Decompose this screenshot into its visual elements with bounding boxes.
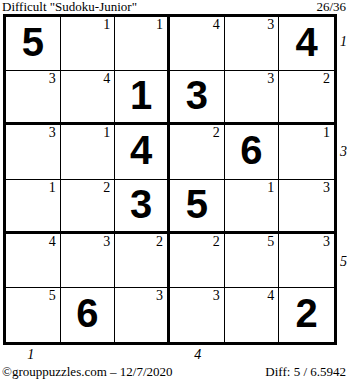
cell-r3c4[interactable]: 2 bbox=[170, 125, 225, 179]
puzzle-page: Difficult "Sudoku-Junior" 26/36 51143434… bbox=[0, 0, 347, 381]
given-digit: 3 bbox=[170, 71, 224, 122]
corner-mark: 1 bbox=[267, 181, 274, 195]
cell-r5c4[interactable]: 2 bbox=[170, 234, 225, 288]
given-digit: 1 bbox=[115, 71, 167, 122]
cell-r3c6[interactable]: 1 bbox=[279, 125, 334, 179]
cell-r3c1[interactable]: 3 bbox=[6, 125, 61, 179]
cell-r4c5[interactable]: 1 bbox=[225, 180, 280, 234]
corner-mark: 5 bbox=[49, 289, 56, 303]
given-digit: 5 bbox=[6, 17, 60, 70]
cell-r6c5[interactable]: 4 bbox=[225, 288, 280, 342]
column-label-1: 1 bbox=[27, 348, 34, 362]
column-label-4: 4 bbox=[194, 348, 201, 362]
page-title: Difficult "Sudoku-Junior" bbox=[2, 0, 137, 13]
cell-r3c2[interactable]: 1 bbox=[61, 125, 116, 179]
cell-r2c2[interactable]: 4 bbox=[61, 71, 116, 125]
corner-mark: 1 bbox=[103, 126, 110, 140]
corner-mark: 3 bbox=[156, 289, 163, 303]
cell-r4c1[interactable]: 1 bbox=[6, 180, 61, 234]
corner-mark: 4 bbox=[267, 289, 274, 303]
cell-r6c6[interactable]: 2 bbox=[279, 288, 334, 342]
cell-r2c1[interactable]: 3 bbox=[6, 71, 61, 125]
cell-r1c3[interactable]: 1 bbox=[115, 17, 170, 71]
given-digit: 4 bbox=[279, 17, 334, 70]
cell-r5c3[interactable]: 2 bbox=[115, 234, 170, 288]
given-digit: 2 bbox=[279, 288, 334, 342]
cell-r1c6[interactable]: 4 bbox=[279, 17, 334, 71]
corner-mark: 2 bbox=[213, 235, 220, 249]
copyright-text: ©grouppuzzles.com – 12/7/2020 bbox=[2, 364, 173, 380]
given-digit: 6 bbox=[225, 125, 279, 178]
corner-mark: 2 bbox=[103, 181, 110, 195]
cell-r4c4[interactable]: 5 bbox=[170, 180, 225, 234]
corner-mark: 1 bbox=[49, 181, 56, 195]
cell-r5c2[interactable]: 3 bbox=[61, 234, 116, 288]
given-digit: 5 bbox=[170, 180, 224, 231]
footer: ©grouppuzzles.com – 12/7/2020 Diff: 5 / … bbox=[2, 364, 346, 380]
cell-r6c3[interactable]: 3 bbox=[115, 288, 170, 342]
corner-mark: 2 bbox=[323, 72, 330, 86]
corner-mark: 2 bbox=[156, 235, 163, 249]
corner-mark: 3 bbox=[267, 18, 274, 32]
corner-mark: 1 bbox=[323, 126, 330, 140]
board: 511434341332314261123513432253563342 bbox=[3, 14, 337, 345]
corner-mark: 3 bbox=[49, 126, 56, 140]
row-label-1: 1 bbox=[340, 35, 347, 49]
cell-r4c3[interactable]: 3 bbox=[115, 180, 170, 234]
puzzle-counter: 26/36 bbox=[316, 0, 346, 13]
corner-mark: 4 bbox=[49, 235, 56, 249]
column-labels: 14 bbox=[3, 348, 337, 362]
header: Difficult "Sudoku-Junior" 26/36 bbox=[2, 0, 346, 13]
corner-mark: 3 bbox=[323, 235, 330, 249]
cell-r6c2[interactable]: 6 bbox=[61, 288, 116, 342]
corner-mark: 1 bbox=[156, 18, 163, 32]
corner-mark: 3 bbox=[323, 181, 330, 195]
cell-r3c5[interactable]: 6 bbox=[225, 125, 280, 179]
cell-r1c2[interactable]: 1 bbox=[61, 17, 116, 71]
given-digit: 4 bbox=[115, 125, 167, 178]
corner-mark: 2 bbox=[213, 126, 220, 140]
difficulty-text: Diff: 5 / 6.5942 bbox=[265, 364, 346, 380]
cell-r1c4[interactable]: 4 bbox=[170, 17, 225, 71]
corner-mark: 4 bbox=[213, 18, 220, 32]
corner-mark: 3 bbox=[213, 289, 220, 303]
row-label-5: 5 bbox=[340, 255, 347, 269]
cell-r2c3[interactable]: 1 bbox=[115, 71, 170, 125]
cell-r4c6[interactable]: 3 bbox=[279, 180, 334, 234]
cell-r2c6[interactable]: 2 bbox=[279, 71, 334, 125]
cell-r3c3[interactable]: 4 bbox=[115, 125, 170, 179]
cell-r1c5[interactable]: 3 bbox=[225, 17, 280, 71]
corner-mark: 3 bbox=[49, 72, 56, 86]
cell-r6c1[interactable]: 5 bbox=[6, 288, 61, 342]
corner-mark: 3 bbox=[267, 72, 274, 86]
row-labels: 135 bbox=[340, 14, 347, 345]
corner-mark: 3 bbox=[103, 235, 110, 249]
corner-mark: 1 bbox=[103, 18, 110, 32]
corner-mark: 5 bbox=[267, 235, 274, 249]
corner-mark: 4 bbox=[103, 72, 110, 86]
cell-r1c1[interactable]: 5 bbox=[6, 17, 61, 71]
cell-r5c1[interactable]: 4 bbox=[6, 234, 61, 288]
given-digit: 3 bbox=[115, 180, 167, 231]
given-digit: 6 bbox=[61, 288, 115, 342]
row-label-3: 3 bbox=[340, 145, 347, 159]
cell-r5c6[interactable]: 3 bbox=[279, 234, 334, 288]
cell-r2c5[interactable]: 3 bbox=[225, 71, 280, 125]
cell-r5c5[interactable]: 5 bbox=[225, 234, 280, 288]
cell-r6c4[interactable]: 3 bbox=[170, 288, 225, 342]
cell-r2c4[interactable]: 3 bbox=[170, 71, 225, 125]
cell-r4c2[interactable]: 2 bbox=[61, 180, 116, 234]
